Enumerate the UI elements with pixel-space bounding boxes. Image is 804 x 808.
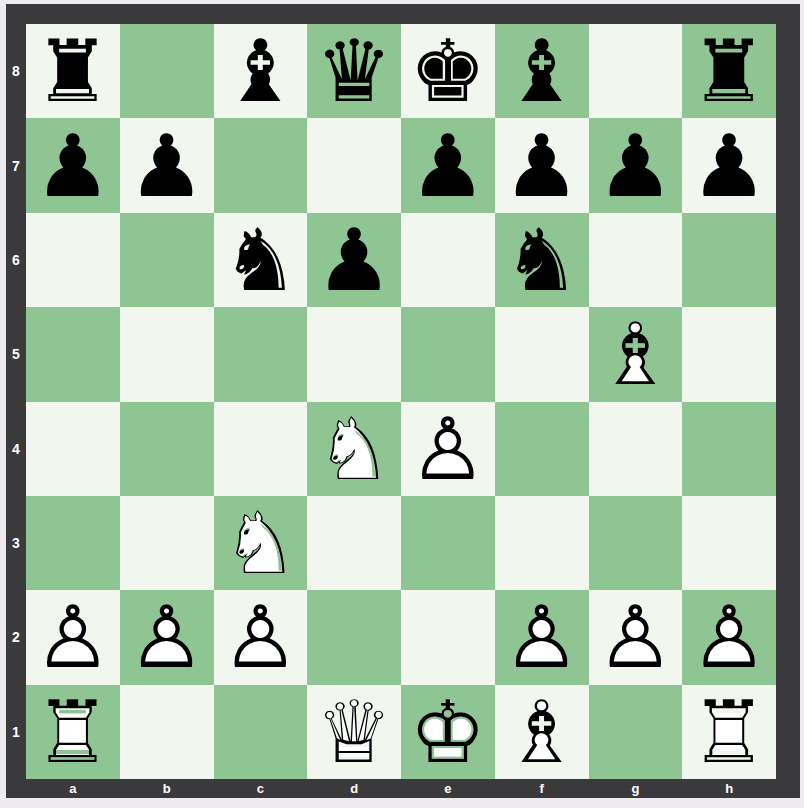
piece-black-pawn[interactable]: ♟ [589,118,683,212]
square-h8[interactable]: ♜ [682,24,776,118]
piece-black-bishop[interactable]: ♝ [214,24,308,118]
piece-black-bishop[interactable]: ♝ [495,24,589,118]
square-d7[interactable] [307,118,401,212]
square-f5[interactable] [495,307,589,401]
square-a6[interactable] [26,213,120,307]
piece-outline-layer: ♗ [589,307,683,401]
piece-fill-layer: ♜ [26,685,120,779]
square-c3[interactable]: ♞♘ [214,496,308,590]
piece-black-pawn[interactable]: ♟ [682,118,776,212]
square-b1[interactable] [120,685,214,779]
piece-white-knight[interactable]: ♞♘ [214,496,308,590]
piece-black-knight[interactable]: ♞ [214,213,308,307]
piece-glyph: ♟ [401,118,495,212]
piece-fill-layer: ♟ [214,590,308,684]
square-a1[interactable]: ♜♖ [26,685,120,779]
square-h4[interactable] [682,402,776,496]
piece-white-bishop[interactable]: ♝♗ [589,307,683,401]
piece-white-knight[interactable]: ♞♘ [307,402,401,496]
square-c5[interactable] [214,307,308,401]
square-c6[interactable]: ♞ [214,213,308,307]
piece-white-pawn[interactable]: ♟♙ [26,590,120,684]
piece-fill-layer: ♟ [682,590,776,684]
square-e5[interactable] [401,307,495,401]
square-f7[interactable]: ♟ [495,118,589,212]
piece-white-pawn[interactable]: ♟♙ [120,590,214,684]
file-label-b: b [120,779,214,798]
piece-glyph: ♜ [682,24,776,118]
square-c8[interactable]: ♝ [214,24,308,118]
square-d8[interactable]: ♛ [307,24,401,118]
square-f3[interactable] [495,496,589,590]
square-d4[interactable]: ♞♘ [307,402,401,496]
square-g1[interactable] [589,685,683,779]
square-d3[interactable] [307,496,401,590]
file-label-f: f [495,779,589,798]
square-g7[interactable]: ♟ [589,118,683,212]
square-b5[interactable] [120,307,214,401]
piece-fill-layer: ♞ [307,402,401,496]
rank-label-6: 6 [6,213,26,307]
piece-outline-layer: ♙ [401,402,495,496]
square-d5[interactable] [307,307,401,401]
square-a5[interactable] [26,307,120,401]
piece-outline-layer: ♔ [401,685,495,779]
piece-glyph: ♝ [495,24,589,118]
piece-white-pawn[interactable]: ♟♙ [495,590,589,684]
piece-fill-layer: ♛ [307,685,401,779]
rank-label-8: 8 [6,24,26,118]
file-label-h: h [682,779,776,798]
square-b2[interactable]: ♟♙ [120,590,214,684]
piece-fill-layer: ♝ [589,307,683,401]
square-a4[interactable] [26,402,120,496]
piece-glyph: ♟ [120,118,214,212]
rank-label-5: 5 [6,307,26,401]
piece-glyph: ♛ [307,24,401,118]
piece-glyph: ♜ [26,24,120,118]
file-label-d: d [307,779,401,798]
square-h7[interactable]: ♟ [682,118,776,212]
file-label-e: e [401,779,495,798]
piece-fill-layer: ♝ [495,685,589,779]
square-g8[interactable] [589,24,683,118]
square-g4[interactable] [589,402,683,496]
piece-glyph: ♟ [495,118,589,212]
square-a8[interactable]: ♜ [26,24,120,118]
file-label-c: c [214,779,308,798]
piece-outline-layer: ♖ [682,685,776,779]
piece-glyph: ♟ [589,118,683,212]
piece-fill-layer: ♟ [589,590,683,684]
piece-black-pawn[interactable]: ♟ [495,118,589,212]
square-e6[interactable] [401,213,495,307]
square-e7[interactable]: ♟ [401,118,495,212]
square-b4[interactable] [120,402,214,496]
piece-white-queen[interactable]: ♛♕ [307,685,401,779]
piece-glyph: ♟ [26,118,120,212]
rank-label-4: 4 [6,402,26,496]
square-b8[interactable] [120,24,214,118]
piece-fill-layer: ♟ [495,590,589,684]
piece-fill-layer: ♟ [120,590,214,684]
page-background: 87654321 ♜♝♛♚♝♜♟♟♟♟♟♟♞♟♞♝♗♞♘♟♙♞♘♟♙♟♙♟♙♟♙… [0,0,804,808]
piece-black-king[interactable]: ♚ [401,24,495,118]
piece-outline-layer: ♖ [26,685,120,779]
rank-label-7: 7 [6,118,26,212]
file-label-g: g [589,779,683,798]
square-a3[interactable] [26,496,120,590]
piece-glyph: ♟ [307,213,401,307]
piece-fill-layer: ♟ [401,402,495,496]
piece-fill-layer: ♞ [214,496,308,590]
piece-outline-layer: ♙ [26,590,120,684]
piece-black-pawn[interactable]: ♟ [26,118,120,212]
rank-label-2: 2 [6,590,26,684]
piece-outline-layer: ♙ [682,590,776,684]
piece-glyph: ♝ [214,24,308,118]
piece-outline-layer: ♕ [307,685,401,779]
piece-white-rook[interactable]: ♜♖ [682,685,776,779]
square-h2[interactable]: ♟♙ [682,590,776,684]
board-frame: 87654321 ♜♝♛♚♝♜♟♟♟♟♟♟♞♟♞♝♗♞♘♟♙♞♘♟♙♟♙♟♙♟♙… [6,4,800,798]
piece-fill-layer: ♟ [26,590,120,684]
square-f4[interactable] [495,402,589,496]
rank-label-3: 3 [6,496,26,590]
square-c4[interactable] [214,402,308,496]
square-f6[interactable]: ♞ [495,213,589,307]
piece-black-pawn[interactable]: ♟ [120,118,214,212]
square-e3[interactable] [401,496,495,590]
square-e1[interactable]: ♚♔ [401,685,495,779]
piece-glyph: ♚ [401,24,495,118]
piece-fill-layer: ♜ [682,685,776,779]
piece-outline-layer: ♘ [214,496,308,590]
square-c2[interactable]: ♟♙ [214,590,308,684]
square-f1[interactable]: ♝♗ [495,685,589,779]
square-b7[interactable]: ♟ [120,118,214,212]
piece-outline-layer: ♙ [495,590,589,684]
square-g5[interactable]: ♝♗ [589,307,683,401]
square-e8[interactable]: ♚ [401,24,495,118]
piece-white-pawn[interactable]: ♟♙ [214,590,308,684]
piece-white-king[interactable]: ♚♔ [401,685,495,779]
square-f8[interactable]: ♝ [495,24,589,118]
file-label-a: a [26,779,120,798]
piece-white-rook[interactable]: ♜♖ [26,685,120,779]
piece-black-pawn[interactable]: ♟ [307,213,401,307]
piece-fill-layer: ♚ [401,685,495,779]
square-f2[interactable]: ♟♙ [495,590,589,684]
square-g6[interactable] [589,213,683,307]
square-b6[interactable] [120,213,214,307]
piece-black-rook[interactable]: ♜ [26,24,120,118]
piece-black-pawn[interactable]: ♟ [401,118,495,212]
square-b3[interactable] [120,496,214,590]
piece-white-bishop[interactable]: ♝♗ [495,685,589,779]
piece-white-pawn[interactable]: ♟♙ [401,402,495,496]
rank-labels: 87654321 [6,24,26,779]
square-h3[interactable] [682,496,776,590]
piece-outline-layer: ♙ [214,590,308,684]
square-g2[interactable]: ♟♙ [589,590,683,684]
piece-outline-layer: ♙ [589,590,683,684]
square-a2[interactable]: ♟♙ [26,590,120,684]
rank-label-1: 1 [6,685,26,779]
square-h5[interactable] [682,307,776,401]
square-d1[interactable]: ♛♕ [307,685,401,779]
piece-glyph: ♞ [214,213,308,307]
square-g3[interactable] [589,496,683,590]
piece-black-rook[interactable]: ♜ [682,24,776,118]
square-a7[interactable]: ♟ [26,118,120,212]
piece-black-queen[interactable]: ♛ [307,24,401,118]
piece-outline-layer: ♘ [307,402,401,496]
square-e4[interactable]: ♟♙ [401,402,495,496]
square-h6[interactable] [682,213,776,307]
square-e2[interactable] [401,590,495,684]
piece-glyph: ♞ [495,213,589,307]
piece-outline-layer: ♗ [495,685,589,779]
piece-black-knight[interactable]: ♞ [495,213,589,307]
piece-glyph: ♟ [682,118,776,212]
piece-white-pawn[interactable]: ♟♙ [589,590,683,684]
square-d6[interactable]: ♟ [307,213,401,307]
square-h1[interactable]: ♜♖ [682,685,776,779]
square-d2[interactable] [307,590,401,684]
piece-outline-layer: ♙ [120,590,214,684]
square-c7[interactable] [214,118,308,212]
piece-white-pawn[interactable]: ♟♙ [682,590,776,684]
file-labels: abcdefgh [26,779,776,798]
chess-board: ♜♝♛♚♝♜♟♟♟♟♟♟♞♟♞♝♗♞♘♟♙♞♘♟♙♟♙♟♙♟♙♟♙♟♙♜♖♛♕♚… [26,24,776,779]
square-c1[interactable] [214,685,308,779]
